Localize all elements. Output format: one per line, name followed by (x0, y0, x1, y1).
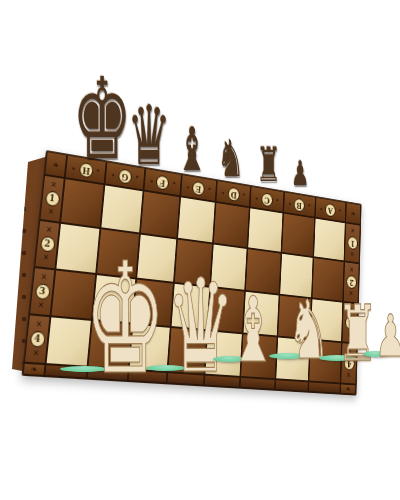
board-square (102, 185, 143, 232)
board-square (282, 214, 314, 257)
rank-label: 2 (346, 275, 357, 289)
rank-cell: 2 (35, 221, 59, 268)
file-label: D (227, 186, 239, 201)
file-cell: B (284, 192, 315, 216)
board-square (214, 203, 249, 247)
border-corner (346, 203, 360, 224)
rank-label: 1 (44, 190, 60, 207)
rank-cell: 1 (345, 223, 360, 262)
border-corner (45, 152, 66, 177)
rank-cell: 3 (30, 268, 54, 315)
file-label: B (294, 197, 305, 212)
rank-label: 4 (29, 330, 45, 347)
rank-cell: 1 (40, 176, 63, 222)
file-label: A (325, 202, 336, 217)
board-square (248, 208, 282, 252)
board-square (178, 197, 215, 242)
file-cell: A (315, 198, 345, 222)
border-corner (24, 364, 45, 375)
board-square (314, 219, 345, 261)
file-label: C (261, 192, 273, 207)
rank-label: 1 (347, 236, 358, 250)
chess-set-photo: HGFEDCBA11223344 ♚♛♝♞♜♟ ♚♛♝♞♜♟ (0, 0, 400, 500)
border-corner (341, 384, 355, 393)
rank-label: 2 (39, 236, 55, 253)
rank-cell: 4 (25, 315, 49, 363)
board-square (61, 179, 104, 227)
border-bottom-cell (309, 382, 340, 392)
border-bottom-cell (275, 380, 307, 391)
rank-label: 3 (34, 283, 50, 300)
